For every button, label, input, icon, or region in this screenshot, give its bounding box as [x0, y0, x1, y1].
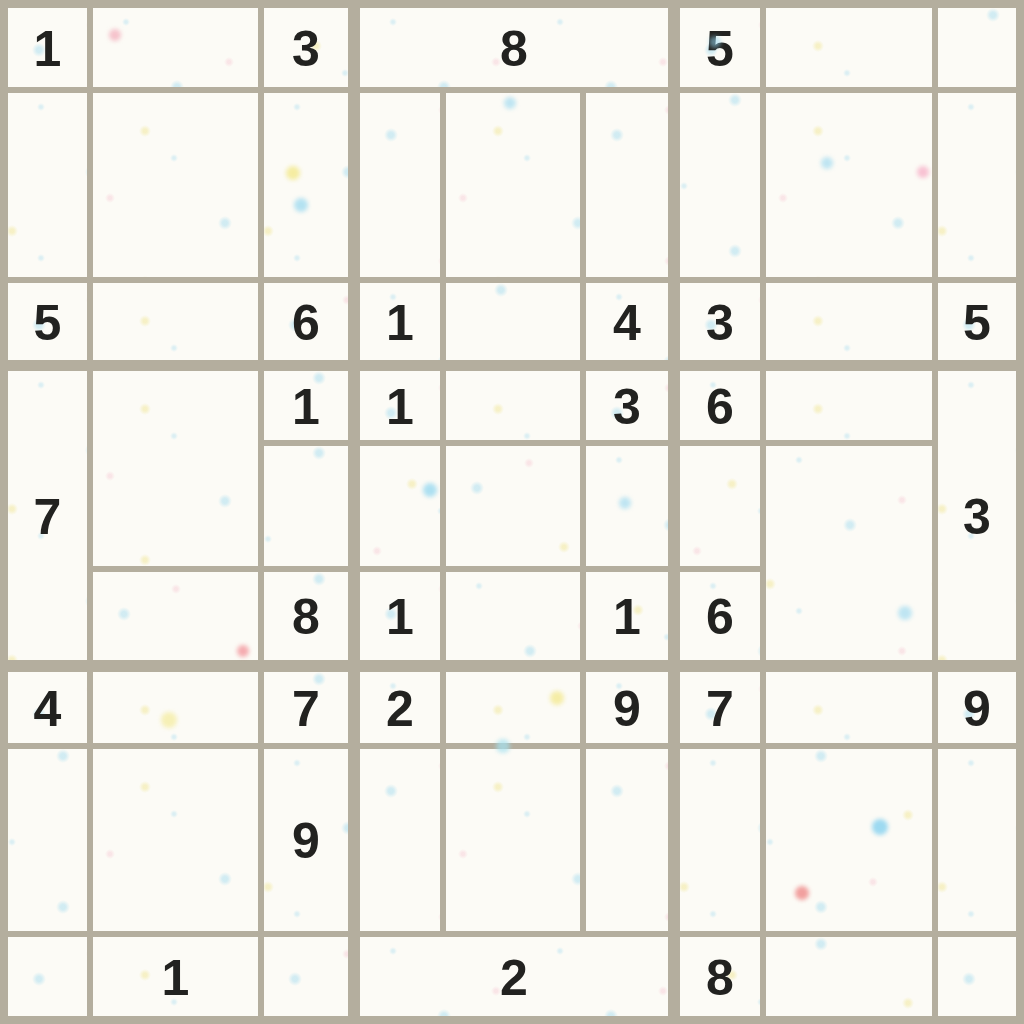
- cell-r9c7[interactable]: 8: [680, 937, 760, 1016]
- given-digit: 5: [34, 298, 62, 348]
- cell-r9c9[interactable]: [938, 937, 1016, 1016]
- given-digit: 1: [386, 382, 414, 432]
- cell-r4c6[interactable]: 3: [586, 371, 668, 440]
- cell-r6c3[interactable]: 8: [264, 572, 348, 660]
- cell-r4c8[interactable]: [766, 371, 932, 440]
- given-digit: 9: [613, 684, 641, 734]
- given-digit: 9: [963, 684, 991, 734]
- cell-r7c3[interactable]: 7: [264, 672, 348, 743]
- cell-r2c6[interactable]: [586, 93, 668, 277]
- given-digit: 6: [706, 382, 734, 432]
- given-digit: 4: [613, 298, 641, 348]
- cell-r8c7[interactable]: [680, 749, 760, 931]
- cell-r7c1[interactable]: 4: [8, 672, 87, 743]
- cell-r4c2[interactable]: [93, 371, 258, 566]
- cell-r1c9[interactable]: [938, 8, 1016, 87]
- cell-r7c4[interactable]: 2: [360, 672, 440, 743]
- given-digit: 1: [386, 592, 414, 642]
- cell-r5c5[interactable]: [446, 446, 580, 566]
- cell-r5c6[interactable]: [586, 446, 668, 566]
- cell-r8c4[interactable]: [360, 749, 440, 931]
- cell-r8c5[interactable]: [446, 749, 580, 931]
- cell-r7c9[interactable]: 9: [938, 672, 1016, 743]
- given-digit: 8: [500, 24, 528, 74]
- cell-r2c3[interactable]: [264, 93, 348, 277]
- given-digit: 1: [386, 298, 414, 348]
- cell-r9c4[interactable]: 2: [360, 937, 668, 1016]
- cell-r6c5[interactable]: [446, 572, 580, 660]
- cell-r8c6[interactable]: [586, 749, 668, 931]
- cell-r4c3[interactable]: 1: [264, 371, 348, 440]
- given-digit: 3: [613, 382, 641, 432]
- cell-r3c5[interactable]: [446, 283, 580, 360]
- cell-r1c1[interactable]: 1: [8, 8, 87, 87]
- given-digit: 3: [963, 492, 991, 542]
- cell-r1c8[interactable]: [766, 8, 932, 87]
- cell-r6c4[interactable]: 1: [360, 572, 440, 660]
- cell-r2c5[interactable]: [446, 93, 580, 277]
- cell-r7c5[interactable]: [446, 672, 580, 743]
- cell-r7c8[interactable]: [766, 672, 932, 743]
- given-digit: 5: [706, 24, 734, 74]
- cell-r1c2[interactable]: [93, 8, 258, 87]
- cell-r2c7[interactable]: [680, 93, 760, 277]
- given-digit: 4: [34, 684, 62, 734]
- cell-r8c2[interactable]: [93, 749, 258, 931]
- cell-r7c6[interactable]: 9: [586, 672, 668, 743]
- cell-r7c2[interactable]: [93, 672, 258, 743]
- given-digit: 8: [706, 953, 734, 1003]
- cell-r8c1[interactable]: [8, 749, 87, 931]
- cell-r6c7[interactable]: 6: [680, 572, 760, 660]
- cell-r8c3[interactable]: 9: [264, 749, 348, 931]
- given-digit: 7: [34, 492, 62, 542]
- cell-r2c2[interactable]: [93, 93, 258, 277]
- cell-r7c7[interactable]: 7: [680, 672, 760, 743]
- given-digit: 7: [292, 684, 320, 734]
- cell-r3c6[interactable]: 4: [586, 283, 668, 360]
- given-digit: 1: [34, 24, 62, 74]
- given-digit: 6: [292, 298, 320, 348]
- cell-r9c8[interactable]: [766, 937, 932, 1016]
- cell-r4c5[interactable]: [446, 371, 580, 440]
- cell-r4c9[interactable]: 3: [938, 371, 1016, 660]
- cell-r2c4[interactable]: [360, 93, 440, 277]
- given-digit: 1: [292, 382, 320, 432]
- cell-r1c4[interactable]: 8: [360, 8, 668, 87]
- cell-r2c8[interactable]: [766, 93, 932, 277]
- cell-r6c2[interactable]: [93, 572, 258, 660]
- cell-r8c8[interactable]: [766, 749, 932, 931]
- cell-r1c7[interactable]: 5: [680, 8, 760, 87]
- cell-r9c2[interactable]: 1: [93, 937, 258, 1016]
- cell-r5c4[interactable]: [360, 446, 440, 566]
- cell-r3c7[interactable]: 3: [680, 283, 760, 360]
- cell-r3c3[interactable]: 6: [264, 283, 348, 360]
- cell-r5c3[interactable]: [264, 446, 348, 566]
- cell-r5c8[interactable]: [766, 446, 932, 660]
- cell-r3c2[interactable]: [93, 283, 258, 360]
- given-digit: 3: [292, 24, 320, 74]
- cell-r1c3[interactable]: 3: [264, 8, 348, 87]
- cell-r3c1[interactable]: 5: [8, 283, 87, 360]
- given-digit: 6: [706, 592, 734, 642]
- cell-r4c4[interactable]: 1: [360, 371, 440, 440]
- given-digit: 2: [500, 953, 528, 1003]
- given-digit: 3: [706, 298, 734, 348]
- cell-r3c9[interactable]: 5: [938, 283, 1016, 360]
- given-digit: 7: [706, 684, 734, 734]
- given-digit: 1: [613, 592, 641, 642]
- cell-r3c8[interactable]: [766, 283, 932, 360]
- given-digit: 1: [162, 953, 190, 1003]
- given-digit: 9: [292, 816, 320, 866]
- given-digit: 8: [292, 592, 320, 642]
- cell-r2c1[interactable]: [8, 93, 87, 277]
- cell-r2c9[interactable]: [938, 93, 1016, 277]
- given-digit: 5: [963, 298, 991, 348]
- cell-r5c7[interactable]: [680, 446, 760, 566]
- cell-r3c4[interactable]: 1: [360, 283, 440, 360]
- cell-r4c7[interactable]: 6: [680, 371, 760, 440]
- given-digit: 2: [386, 684, 414, 734]
- cell-r8c9[interactable]: [938, 749, 1016, 931]
- cell-r9c3[interactable]: [264, 937, 348, 1016]
- sudoku-screenshot: 138556143571136381164729799128: [0, 0, 1024, 1024]
- cell-r9c1[interactable]: [8, 937, 87, 1016]
- sudoku-board: 138556143571136381164729799128: [0, 0, 1024, 1024]
- cell-r6c6[interactable]: 1: [586, 572, 668, 660]
- cell-r4c1[interactable]: 7: [8, 371, 87, 660]
